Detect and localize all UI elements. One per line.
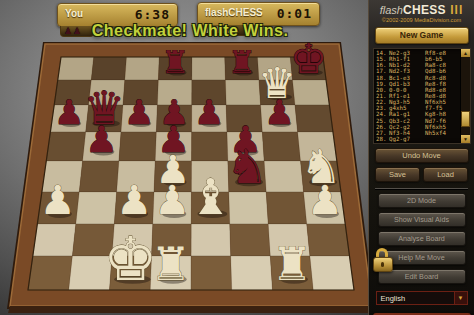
square-g5[interactable] xyxy=(262,132,300,161)
piece-bP-g6[interactable]: ♟ xyxy=(264,93,294,132)
square-b3[interactable] xyxy=(76,192,117,224)
piece-wR-g1[interactable]: ♜ xyxy=(271,237,312,291)
scroll-down-button[interactable]: ▼ xyxy=(461,135,470,143)
square-g4[interactable] xyxy=(264,161,303,192)
square-c8[interactable] xyxy=(125,57,159,80)
piece-bR-f8[interactable]: ♜ xyxy=(228,44,256,80)
undo-move-button[interactable]: Undo Move xyxy=(375,148,469,163)
analyse-board-button[interactable]: Analyse Board xyxy=(378,231,466,246)
piece-bR-d8[interactable]: ♜ xyxy=(161,44,189,80)
app-logo: flashCHESS III xyxy=(373,3,470,16)
load-button[interactable]: Load xyxy=(423,167,468,182)
square-h1[interactable] xyxy=(310,256,354,290)
checkmate-banner: Checkmate! White Wins. xyxy=(30,22,350,40)
scroll-thumb[interactable] xyxy=(461,111,470,127)
logo-chess: CHESS xyxy=(403,3,446,17)
square-b4[interactable] xyxy=(79,161,119,192)
move-list: 14.Ne2-g3Rf8-e815.Rh1-f1b6-b516.Nb1-d2Ra… xyxy=(376,50,460,142)
chevron-down-icon[interactable]: ▼ xyxy=(454,292,467,304)
piece-bP-e6[interactable]: ♟ xyxy=(194,93,224,132)
square-e8[interactable] xyxy=(192,57,226,80)
move-list-scrollbar[interactable]: ▲ ▼ xyxy=(460,49,470,143)
language-select[interactable]: English ▼ xyxy=(376,291,468,305)
logo-flash: flash xyxy=(380,4,403,16)
square-h2[interactable] xyxy=(307,224,350,256)
move-list-box: 14.Ne2-g3Rf8-e815.Rh1-f1b6-b516.Nb1-d2Ra… xyxy=(373,48,471,144)
piece-wP-h3[interactable]: ♟ xyxy=(307,177,343,223)
square-a8[interactable] xyxy=(58,57,94,80)
square-h7[interactable] xyxy=(293,80,330,105)
square-f2[interactable] xyxy=(230,224,271,256)
square-b8[interactable] xyxy=(91,57,126,80)
language-value: English xyxy=(381,294,406,303)
square-e5[interactable] xyxy=(192,132,228,161)
lock-icon xyxy=(372,248,394,274)
flashchess-app: ♜♜♚♛♟♛♟♟♟♟♟♟♟♟♞♞♟♟♟♝♟♚♜♜ You 6:38 ♟♟ fla… xyxy=(0,0,474,315)
piece-wP-a3[interactable]: ♟ xyxy=(40,177,76,223)
new-game-button[interactable]: New Game xyxy=(375,27,469,44)
square-c5[interactable] xyxy=(119,132,156,161)
square-e1[interactable] xyxy=(191,256,232,290)
square-f1[interactable] xyxy=(231,256,273,290)
2d-mode-button[interactable]: 2D Mode xyxy=(378,193,466,208)
square-h6[interactable] xyxy=(295,105,333,132)
piece-wP-c3[interactable]: ♟ xyxy=(116,177,152,223)
square-e2[interactable] xyxy=(191,224,231,256)
show-visual-aids-button[interactable]: Show Visual Aids xyxy=(378,212,466,227)
square-f7[interactable] xyxy=(225,80,260,105)
logo-iii: III xyxy=(450,3,463,17)
piece-bP-c6[interactable]: ♟ xyxy=(124,93,154,132)
piece-bP-b5[interactable]: ♟ xyxy=(85,118,118,161)
sidebar-divider xyxy=(375,188,468,189)
sidebar: flashCHESS III ©2002-2009 MediaDivision.… xyxy=(368,0,474,315)
save-button[interactable]: Save xyxy=(375,167,420,182)
copyright-text: ©2002-2009 MediaDivision.com xyxy=(373,17,470,23)
square-f3[interactable] xyxy=(229,192,268,224)
move-row: 28.Qg2-g7 xyxy=(376,136,460,142)
piece-wP-d3[interactable]: ♟ xyxy=(154,177,190,223)
square-a5[interactable] xyxy=(46,132,85,161)
square-a2[interactable] xyxy=(33,224,76,256)
piece-wB-e3[interactable]: ♝ xyxy=(188,168,232,226)
square-g3[interactable] xyxy=(266,192,307,224)
piece-bP-a6[interactable]: ♟ xyxy=(54,93,84,132)
square-a1[interactable] xyxy=(28,256,72,290)
piece-wR-d1[interactable]: ♜ xyxy=(150,237,191,291)
scroll-up-button[interactable]: ▲ xyxy=(461,49,470,57)
